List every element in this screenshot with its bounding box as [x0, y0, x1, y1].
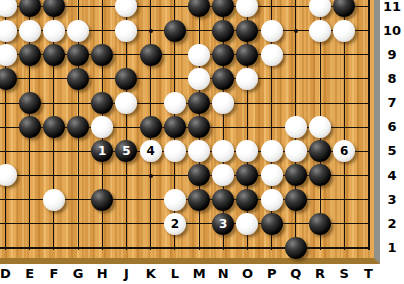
intersection-N7: ○	[211, 91, 235, 115]
intersection-J8: ●	[114, 67, 138, 91]
intersection-R11: ○	[308, 0, 332, 19]
column-label-L: L	[164, 264, 186, 284]
white-stone-J7[interactable]: ○	[115, 92, 137, 114]
move-number-label: 6	[340, 140, 348, 162]
intersection-Q4: ●	[284, 163, 308, 187]
intersection-N3: ●	[211, 188, 235, 212]
intersection-P2: ●	[259, 212, 283, 236]
black-stone-J8[interactable]: ●	[115, 68, 137, 90]
white-stone-G10[interactable]: ○	[67, 20, 89, 42]
intersection-G9: ●	[66, 43, 90, 67]
intersection-J5: ●5	[114, 139, 138, 163]
black-stone-Q3[interactable]: ●	[285, 189, 307, 211]
intersection-N8: ●	[211, 67, 235, 91]
move-number-label: 5	[122, 140, 130, 162]
white-stone-L2[interactable]: ○2	[164, 213, 186, 235]
intersection-F11: ●	[42, 0, 66, 19]
intersection-F6: ●	[42, 115, 66, 139]
intersection-E7: ●	[18, 91, 42, 115]
intersection-O11: ○	[235, 0, 259, 19]
white-stone-Q6[interactable]: ○	[285, 116, 307, 138]
black-stone-E11[interactable]: ●	[19, 0, 41, 17]
black-stone-L10[interactable]: ●	[164, 20, 186, 42]
move-number-label: 3	[219, 213, 227, 235]
black-stone-J5[interactable]: ●5	[115, 140, 137, 162]
black-stone-N10[interactable]: ●	[212, 20, 234, 42]
intersection-H9: ●	[90, 43, 114, 67]
intersection-G6: ●	[66, 115, 90, 139]
intersection-J7: ○	[114, 91, 138, 115]
intersection-N2: ●3	[211, 212, 235, 236]
intersection-D4: ○	[0, 163, 18, 187]
white-stone-F3[interactable]: ○	[43, 189, 65, 211]
intersection-R10: ○	[308, 19, 332, 43]
intersection-L6: ●	[163, 115, 187, 139]
intersection-K9: ●	[139, 43, 163, 67]
intersection-S5: ○6	[332, 139, 356, 163]
black-stone-P2[interactable]: ●	[261, 213, 283, 235]
intersection-Q1: ●	[284, 236, 308, 260]
intersection-N4: ○	[211, 163, 235, 187]
black-stone-G9[interactable]: ●	[67, 44, 89, 66]
black-stone-E6[interactable]: ●	[19, 116, 41, 138]
row-label-6: 6	[381, 119, 403, 135]
black-stone-Q1[interactable]: ●	[285, 237, 307, 259]
column-label-S: S	[333, 264, 355, 284]
column-label-T: T	[358, 264, 380, 284]
intersection-H7: ●	[90, 91, 114, 115]
row-label-7: 7	[381, 95, 403, 111]
intersection-H5: ●1	[90, 139, 114, 163]
black-stone-N8[interactable]: ●	[212, 68, 234, 90]
intersection-D9: ○	[0, 43, 18, 67]
intersection-S10: ○	[332, 19, 356, 43]
intersection-M9: ○	[187, 43, 211, 67]
black-stone-M7[interactable]: ●	[188, 92, 210, 114]
black-stone-F9[interactable]: ●	[43, 44, 65, 66]
black-stone-N11[interactable]: ●	[212, 0, 234, 17]
intersection-O8: ○	[235, 67, 259, 91]
move-number-label: 2	[171, 213, 179, 235]
column-label-H: H	[91, 264, 113, 284]
black-stone-R5[interactable]: ●	[309, 140, 331, 162]
black-stone-H3[interactable]: ●	[91, 189, 113, 211]
black-stone-S11[interactable]: ●	[333, 0, 355, 17]
move-number-label: 4	[146, 140, 154, 162]
white-stone-N5[interactable]: ○	[212, 140, 234, 162]
intersection-H6: ○	[90, 115, 114, 139]
intersection-E6: ●	[18, 115, 42, 139]
intersection-D11: ○	[0, 0, 18, 19]
white-stone-L5[interactable]: ○	[164, 140, 186, 162]
black-stone-Q4[interactable]: ●	[285, 164, 307, 186]
intersection-G10: ○	[66, 19, 90, 43]
white-stone-M9[interactable]: ○	[188, 44, 210, 66]
black-stone-M3[interactable]: ●	[188, 189, 210, 211]
intersection-O10: ●	[235, 19, 259, 43]
column-label-G: G	[67, 264, 89, 284]
column-label-P: P	[261, 264, 283, 284]
black-stone-O10[interactable]: ●	[236, 20, 258, 42]
column-label-E: E	[19, 264, 41, 284]
white-stone-E10[interactable]: ○	[19, 20, 41, 42]
intersection-M11: ●	[187, 0, 211, 19]
intersection-F9: ●	[42, 43, 66, 67]
black-stone-N3[interactable]: ●	[212, 189, 234, 211]
white-stone-N4[interactable]: ○	[212, 164, 234, 186]
white-stone-F10[interactable]: ○	[43, 20, 65, 42]
white-stone-S10[interactable]: ○	[333, 20, 355, 42]
intersection-Q5: ○	[284, 139, 308, 163]
black-stone-K9[interactable]: ●	[140, 44, 162, 66]
intersection-K5: ○4	[139, 139, 163, 163]
row-label-1: 1	[381, 240, 403, 256]
black-stone-F6[interactable]: ●	[43, 116, 65, 138]
intersection-N10: ●	[211, 19, 235, 43]
intersection-Q3: ●	[284, 188, 308, 212]
row-label-3: 3	[381, 192, 403, 208]
black-stone-M6[interactable]: ●	[188, 116, 210, 138]
intersection-R4: ●	[308, 163, 332, 187]
row-label-5: 5	[381, 143, 403, 159]
black-stone-H7[interactable]: ●	[91, 92, 113, 114]
white-stone-J11[interactable]: ○	[115, 0, 137, 17]
column-label-O: O	[237, 264, 259, 284]
black-stone-H9[interactable]: ●	[91, 44, 113, 66]
white-stone-O2[interactable]: ○	[236, 213, 258, 235]
intersection-N5: ○	[211, 139, 235, 163]
black-stone-M11[interactable]: ●	[188, 0, 210, 17]
column-label-R: R	[309, 264, 331, 284]
white-stone-H6[interactable]: ○	[91, 116, 113, 138]
intersection-D10: ○	[0, 19, 18, 43]
intersection-E11: ●	[18, 0, 42, 19]
white-stone-O5[interactable]: ○	[236, 140, 258, 162]
white-stone-J10[interactable]: ○	[115, 20, 137, 42]
white-stone-N7[interactable]: ○	[212, 92, 234, 114]
black-stone-F11[interactable]: ●	[43, 0, 65, 17]
white-stone-D9[interactable]: ○	[0, 44, 17, 66]
intersection-R6: ○	[308, 115, 332, 139]
intersection-P10: ○	[259, 19, 283, 43]
row-label-10: 10	[381, 23, 403, 39]
black-stone-N9[interactable]: ●	[212, 44, 234, 66]
column-label-D: D	[0, 264, 17, 284]
white-stone-O8[interactable]: ○	[236, 68, 258, 90]
intersection-F3: ○	[42, 188, 66, 212]
intersection-O2: ○	[235, 212, 259, 236]
intersection-M6: ●	[187, 115, 211, 139]
row-label-2: 2	[381, 216, 403, 232]
black-stone-K6[interactable]: ●	[140, 116, 162, 138]
white-stone-R6[interactable]: ○	[309, 116, 331, 138]
intersection-R2: ●	[308, 212, 332, 236]
intersection-G8: ●	[66, 67, 90, 91]
intersection-M5: ○	[187, 139, 211, 163]
intersection-M7: ●	[187, 91, 211, 115]
black-stone-M4[interactable]: ●	[188, 164, 210, 186]
black-stone-R2[interactable]: ●	[309, 213, 331, 235]
black-stone-D8[interactable]: ●	[0, 68, 17, 90]
intersection-L3: ○	[163, 188, 187, 212]
intersection-F10: ○	[42, 19, 66, 43]
white-stone-P5[interactable]: ○	[261, 140, 283, 162]
intersection-L2: ○2	[163, 212, 187, 236]
white-stone-P3[interactable]: ○	[261, 189, 283, 211]
intersection-P3: ○	[259, 188, 283, 212]
intersection-M4: ●	[187, 163, 211, 187]
black-stone-O9[interactable]: ●	[236, 44, 258, 66]
row-label-9: 9	[381, 47, 403, 63]
white-stone-S5[interactable]: ○6	[333, 140, 355, 162]
column-label-M: M	[188, 264, 210, 284]
white-stone-P4[interactable]: ○	[261, 164, 283, 186]
intersection-M3: ●	[187, 188, 211, 212]
intersection-L10: ●	[163, 19, 187, 43]
column-label-N: N	[212, 264, 234, 284]
intersection-P5: ○	[259, 139, 283, 163]
intersection-E9: ●	[18, 43, 42, 67]
white-stone-R11[interactable]: ○	[309, 0, 331, 17]
intersection-E10: ○	[18, 19, 42, 43]
black-stone-O4[interactable]: ●	[236, 164, 258, 186]
column-label-Q: Q	[285, 264, 307, 284]
intersection-R5: ●	[308, 139, 332, 163]
row-label-4: 4	[381, 168, 403, 184]
column-label-K: K	[140, 264, 162, 284]
intersection-P9: ○	[259, 43, 283, 67]
black-stone-G6[interactable]: ●	[67, 116, 89, 138]
go-board-screenshot: { "game": "go", "board_size": 19, "view"…	[0, 0, 404, 284]
go-board[interactable]: ○●●○●●○○●○○○○○●●●○○○○●●●●●○●●○●●●○●○●●○○…	[0, 0, 380, 264]
column-label-J: J	[116, 264, 138, 284]
white-stone-L3[interactable]: ○	[164, 189, 186, 211]
column-label-F: F	[43, 264, 65, 284]
intersection-L7: ○	[163, 91, 187, 115]
intersection-L5: ○	[163, 139, 187, 163]
intersection-K6: ●	[139, 115, 163, 139]
white-stone-D11[interactable]: ○	[0, 0, 17, 17]
intersection-J10: ○	[114, 19, 138, 43]
intersection-Q6: ○	[284, 115, 308, 139]
intersection-O9: ●	[235, 43, 259, 67]
stone-grid: ○●●○●●○○●○○○○○●●●○○○○●●●●●○●●○●●●○●○●●○○…	[0, 0, 380, 260]
intersection-P4: ○	[259, 163, 283, 187]
intersection-J11: ○	[114, 0, 138, 19]
black-stone-E9[interactable]: ●	[19, 44, 41, 66]
intersection-O3: ●	[235, 188, 259, 212]
intersection-N9: ●	[211, 43, 235, 67]
intersection-O5: ○	[235, 139, 259, 163]
white-stone-M5[interactable]: ○	[188, 140, 210, 162]
intersection-M8: ○	[187, 67, 211, 91]
intersection-H3: ●	[90, 188, 114, 212]
intersection-S11: ●	[332, 0, 356, 19]
white-stone-D4[interactable]: ○	[0, 164, 17, 186]
row-label-11: 11	[381, 0, 403, 15]
black-stone-L6[interactable]: ●	[164, 116, 186, 138]
black-stone-N2[interactable]: ●3	[212, 213, 234, 235]
intersection-O4: ●	[235, 163, 259, 187]
black-stone-H5[interactable]: ●1	[91, 140, 113, 162]
white-stone-M8[interactable]: ○	[188, 68, 210, 90]
white-stone-K5[interactable]: ○4	[140, 140, 162, 162]
intersection-D8: ●	[0, 67, 18, 91]
black-stone-G8[interactable]: ●	[67, 68, 89, 90]
white-stone-D10[interactable]: ○	[0, 20, 17, 42]
white-stone-Q5[interactable]: ○	[285, 140, 307, 162]
white-stone-R10[interactable]: ○	[309, 20, 331, 42]
white-stone-P10[interactable]: ○	[261, 20, 283, 42]
row-label-8: 8	[381, 71, 403, 87]
white-stone-L7[interactable]: ○	[164, 92, 186, 114]
black-stone-O3[interactable]: ●	[236, 189, 258, 211]
black-stone-E7[interactable]: ●	[19, 92, 41, 114]
move-number-label: 1	[98, 140, 106, 162]
black-stone-R4[interactable]: ●	[309, 164, 331, 186]
white-stone-P9[interactable]: ○	[261, 44, 283, 66]
white-stone-O11[interactable]: ○	[236, 0, 258, 17]
intersection-N11: ●	[211, 0, 235, 19]
